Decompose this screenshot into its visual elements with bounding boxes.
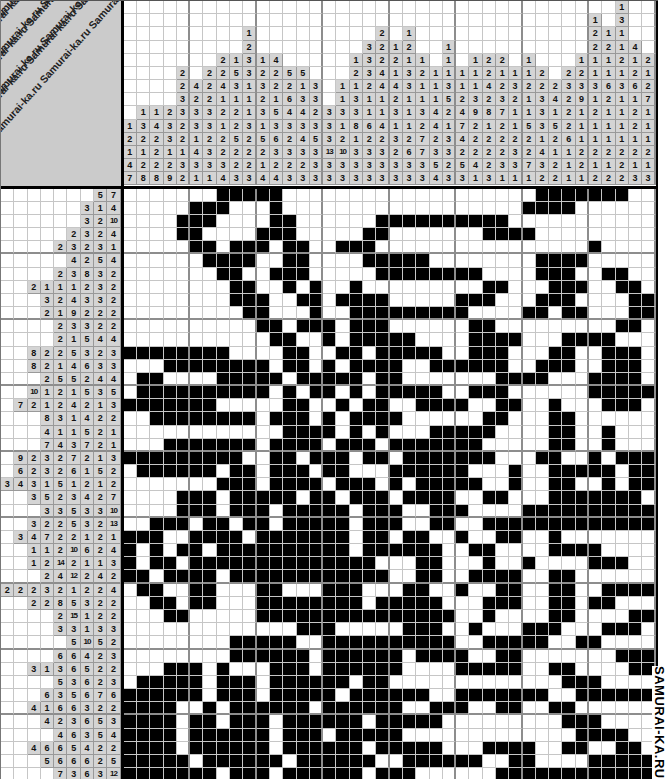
board-cell[interactable] — [137, 373, 150, 386]
board-cell[interactable] — [137, 663, 150, 676]
board-cell[interactable] — [336, 189, 349, 202]
board-cell[interactable] — [523, 650, 536, 663]
board-cell[interactable] — [390, 281, 403, 294]
board-cell[interactable] — [363, 584, 376, 597]
board-cell[interactable] — [549, 347, 562, 360]
board-cell[interactable] — [390, 452, 403, 465]
board-cell[interactable] — [137, 636, 150, 649]
board-cell[interactable] — [616, 189, 629, 202]
board-cell[interactable] — [363, 636, 376, 649]
board-cell[interactable] — [177, 557, 190, 570]
board-cell[interactable] — [137, 189, 150, 202]
board-cell[interactable] — [164, 452, 177, 465]
board-cell[interactable] — [363, 294, 376, 307]
board-cell[interactable] — [509, 254, 522, 267]
board-cell[interactable] — [323, 636, 336, 649]
board-cell[interactable] — [562, 755, 575, 768]
board-cell[interactable] — [350, 281, 363, 294]
board-cell[interactable] — [164, 360, 177, 373]
board-cell[interactable] — [496, 742, 509, 755]
board-cell[interactable] — [363, 202, 376, 215]
board-cell[interactable] — [549, 610, 562, 623]
board-cell[interactable] — [536, 610, 549, 623]
board-cell[interactable] — [124, 610, 137, 623]
board-cell[interactable] — [350, 294, 363, 307]
board-cell[interactable] — [549, 570, 562, 583]
board-cell[interactable] — [403, 228, 416, 241]
board-cell[interactable] — [124, 676, 137, 689]
board-cell[interactable] — [469, 426, 482, 439]
board-cell[interactable] — [509, 360, 522, 373]
board-cell[interactable] — [443, 636, 456, 649]
board-cell[interactable] — [376, 729, 389, 742]
board-cell[interactable] — [376, 189, 389, 202]
board-cell[interactable] — [203, 505, 216, 518]
board-cell[interactable] — [469, 360, 482, 373]
board-cell[interactable] — [257, 333, 270, 346]
board-cell[interactable] — [376, 478, 389, 491]
board-cell[interactable] — [469, 228, 482, 241]
board-cell[interactable] — [270, 465, 283, 478]
board-cell[interactable] — [403, 557, 416, 570]
board-cell[interactable] — [483, 531, 496, 544]
board-cell[interactable] — [536, 518, 549, 531]
board-cell[interactable] — [203, 215, 216, 228]
board-cell[interactable] — [203, 228, 216, 241]
board-cell[interactable] — [177, 663, 190, 676]
board-cell[interactable] — [217, 518, 230, 531]
board-cell[interactable] — [297, 570, 310, 583]
board-cell[interactable] — [124, 663, 137, 676]
board-cell[interactable] — [549, 715, 562, 728]
board-cell[interactable] — [416, 597, 429, 610]
board-cell[interactable] — [443, 478, 456, 491]
board-cell[interactable] — [496, 412, 509, 425]
board-cell[interactable] — [602, 426, 615, 439]
board-cell[interactable] — [243, 702, 256, 715]
board-cell[interactable] — [230, 531, 243, 544]
board-cell[interactable] — [217, 557, 230, 570]
board-cell[interactable] — [536, 557, 549, 570]
board-cell[interactable] — [390, 610, 403, 623]
board-cell[interactable] — [137, 465, 150, 478]
board-cell[interactable] — [217, 623, 230, 636]
board-cell[interactable] — [602, 465, 615, 478]
board-cell[interactable] — [496, 465, 509, 478]
board-cell[interactable] — [363, 505, 376, 518]
board-cell[interactable] — [164, 189, 177, 202]
board-cell[interactable] — [124, 373, 137, 386]
board-cell[interactable] — [190, 544, 203, 557]
board-cell[interactable] — [243, 518, 256, 531]
board-cell[interactable] — [363, 320, 376, 333]
board-cell[interactable] — [549, 241, 562, 254]
board-cell[interactable] — [323, 333, 336, 346]
board-cell[interactable] — [523, 241, 536, 254]
board-cell[interactable] — [589, 426, 602, 439]
board-cell[interactable] — [496, 518, 509, 531]
board-cell[interactable] — [456, 307, 469, 320]
board-cell[interactable] — [430, 465, 443, 478]
board-cell[interactable] — [124, 518, 137, 531]
board-cell[interactable] — [616, 439, 629, 452]
board-cell[interactable] — [217, 544, 230, 557]
board-cell[interactable] — [642, 557, 655, 570]
board-cell[interactable] — [283, 610, 296, 623]
board-cell[interactable] — [576, 597, 589, 610]
board-cell[interactable] — [270, 294, 283, 307]
board-cell[interactable] — [270, 689, 283, 702]
board-cell[interactable] — [562, 676, 575, 689]
board-cell[interactable] — [363, 570, 376, 583]
board-cell[interactable] — [283, 570, 296, 583]
board-cell[interactable] — [403, 478, 416, 491]
board-cell[interactable] — [523, 452, 536, 465]
board-cell[interactable] — [297, 307, 310, 320]
board-cell[interactable] — [190, 347, 203, 360]
board-cell[interactable] — [270, 281, 283, 294]
board-cell[interactable] — [562, 386, 575, 399]
board-cell[interactable] — [310, 215, 323, 228]
board-cell[interactable] — [642, 189, 655, 202]
board-cell[interactable] — [323, 570, 336, 583]
board-cell[interactable] — [390, 557, 403, 570]
board-cell[interactable] — [456, 663, 469, 676]
board-cell[interactable] — [536, 228, 549, 241]
board-cell[interactable] — [150, 676, 163, 689]
board-cell[interactable] — [217, 268, 230, 281]
board-cell[interactable] — [190, 254, 203, 267]
board-cell[interactable] — [616, 584, 629, 597]
board-cell[interactable] — [257, 320, 270, 333]
board-cell[interactable] — [469, 729, 482, 742]
board-cell[interactable] — [576, 544, 589, 557]
board-cell[interactable] — [430, 307, 443, 320]
board-cell[interactable] — [576, 465, 589, 478]
board-cell[interactable] — [310, 426, 323, 439]
board-cell[interactable] — [363, 254, 376, 267]
board-cell[interactable] — [177, 742, 190, 755]
board-cell[interactable] — [137, 347, 150, 360]
board-cell[interactable] — [562, 215, 575, 228]
board-cell[interactable] — [390, 228, 403, 241]
board-cell[interactable] — [164, 742, 177, 755]
board-cell[interactable] — [137, 386, 150, 399]
board-cell[interactable] — [483, 623, 496, 636]
board-cell[interactable] — [137, 755, 150, 768]
board-cell[interactable] — [403, 610, 416, 623]
board-cell[interactable] — [124, 386, 137, 399]
board-cell[interactable] — [616, 518, 629, 531]
board-cell[interactable] — [602, 557, 615, 570]
board-cell[interactable] — [642, 452, 655, 465]
board-cell[interactable] — [390, 491, 403, 504]
board-cell[interactable] — [376, 610, 389, 623]
board-cell[interactable] — [257, 373, 270, 386]
board-cell[interactable] — [350, 386, 363, 399]
board-cell[interactable] — [549, 373, 562, 386]
board-cell[interactable] — [350, 650, 363, 663]
board-cell[interactable] — [536, 452, 549, 465]
board-cell[interactable] — [376, 636, 389, 649]
board-cell[interactable] — [257, 281, 270, 294]
board-cell[interactable] — [257, 360, 270, 373]
board-cell[interactable] — [416, 439, 429, 452]
board-cell[interactable] — [616, 294, 629, 307]
board-cell[interactable] — [203, 465, 216, 478]
board-cell[interactable] — [616, 676, 629, 689]
board-cell[interactable] — [137, 426, 150, 439]
board-cell[interactable] — [283, 465, 296, 478]
board-cell[interactable] — [562, 650, 575, 663]
board-cell[interactable] — [350, 663, 363, 676]
board-cell[interactable] — [150, 715, 163, 728]
board-cell[interactable] — [509, 597, 522, 610]
board-cell[interactable] — [137, 505, 150, 518]
board-cell[interactable] — [137, 702, 150, 715]
board-cell[interactable] — [336, 755, 349, 768]
board-cell[interactable] — [243, 268, 256, 281]
board-cell[interactable] — [243, 360, 256, 373]
board-cell[interactable] — [496, 294, 509, 307]
board-cell[interactable] — [629, 347, 642, 360]
board-cell[interactable] — [243, 412, 256, 425]
board-cell[interactable] — [137, 623, 150, 636]
board-cell[interactable] — [562, 584, 575, 597]
board-cell[interactable] — [283, 307, 296, 320]
board-cell[interactable] — [509, 189, 522, 202]
board-cell[interactable] — [203, 491, 216, 504]
board-cell[interactable] — [257, 426, 270, 439]
board-cell[interactable] — [190, 715, 203, 728]
board-cell[interactable] — [350, 465, 363, 478]
board-cell[interactable] — [203, 268, 216, 281]
board-cell[interactable] — [602, 742, 615, 755]
board-cell[interactable] — [363, 755, 376, 768]
board-cell[interactable] — [270, 636, 283, 649]
board-cell[interactable] — [562, 228, 575, 241]
board-cell[interactable] — [283, 478, 296, 491]
board-cell[interactable] — [164, 333, 177, 346]
board-cell[interactable] — [150, 742, 163, 755]
board-cell[interactable] — [536, 307, 549, 320]
board-cell[interactable] — [177, 650, 190, 663]
board-cell[interactable] — [270, 755, 283, 768]
board-cell[interactable] — [469, 465, 482, 478]
board-cell[interactable] — [350, 505, 363, 518]
board-cell[interactable] — [164, 531, 177, 544]
board-cell[interactable] — [177, 320, 190, 333]
board-cell[interactable] — [549, 676, 562, 689]
board-cell[interactable] — [124, 570, 137, 583]
board-cell[interactable] — [164, 491, 177, 504]
board-cell[interactable] — [456, 715, 469, 728]
board-cell[interactable] — [190, 650, 203, 663]
board-cell[interactable] — [576, 228, 589, 241]
board-cell[interactable] — [536, 676, 549, 689]
board-cell[interactable] — [496, 452, 509, 465]
board-cell[interactable] — [523, 544, 536, 557]
board-cell[interactable] — [562, 360, 575, 373]
board-cell[interactable] — [523, 347, 536, 360]
board-cell[interactable] — [150, 399, 163, 412]
board-cell[interactable] — [177, 412, 190, 425]
board-cell[interactable] — [469, 386, 482, 399]
board-cell[interactable] — [509, 347, 522, 360]
board-cell[interactable] — [283, 360, 296, 373]
board-cell[interactable] — [602, 478, 615, 491]
board-cell[interactable] — [523, 399, 536, 412]
board-cell[interactable] — [589, 254, 602, 267]
board-cell[interactable] — [350, 241, 363, 254]
board-cell[interactable] — [536, 360, 549, 373]
board-cell[interactable] — [390, 202, 403, 215]
board-cell[interactable] — [469, 623, 482, 636]
board-cell[interactable] — [336, 702, 349, 715]
board-cell[interactable] — [177, 347, 190, 360]
board-cell[interactable] — [616, 228, 629, 241]
board-cell[interactable] — [336, 294, 349, 307]
board-cell[interactable] — [523, 333, 536, 346]
board-cell[interactable] — [562, 452, 575, 465]
board-cell[interactable] — [416, 386, 429, 399]
board-cell[interactable] — [523, 518, 536, 531]
board-cell[interactable] — [430, 597, 443, 610]
board-cell[interactable] — [390, 294, 403, 307]
board-cell[interactable] — [483, 755, 496, 768]
board-cell[interactable] — [616, 505, 629, 518]
board-cell[interactable] — [230, 623, 243, 636]
board-cell[interactable] — [177, 531, 190, 544]
board-cell[interactable] — [190, 426, 203, 439]
board-cell[interactable] — [576, 768, 589, 779]
board-cell[interactable] — [629, 439, 642, 452]
board-cell[interactable] — [164, 584, 177, 597]
board-cell[interactable] — [403, 689, 416, 702]
board-cell[interactable] — [177, 505, 190, 518]
board-cell[interactable] — [363, 360, 376, 373]
board-cell[interactable] — [310, 333, 323, 346]
board-cell[interactable] — [137, 439, 150, 452]
board-cell[interactable] — [469, 189, 482, 202]
board-cell[interactable] — [602, 505, 615, 518]
board-cell[interactable] — [376, 584, 389, 597]
board-cell[interactable] — [390, 399, 403, 412]
board-cell[interactable] — [137, 557, 150, 570]
board-cell[interactable] — [469, 636, 482, 649]
board-cell[interactable] — [483, 715, 496, 728]
board-cell[interactable] — [164, 254, 177, 267]
board-cell[interactable] — [390, 307, 403, 320]
board-cell[interactable] — [576, 755, 589, 768]
board-cell[interactable] — [602, 702, 615, 715]
board-cell[interactable] — [403, 320, 416, 333]
board-cell[interactable] — [456, 491, 469, 504]
board-cell[interactable] — [310, 623, 323, 636]
board-cell[interactable] — [257, 228, 270, 241]
board-cell[interactable] — [283, 373, 296, 386]
board-cell[interactable] — [310, 360, 323, 373]
board-cell[interactable] — [589, 597, 602, 610]
board-cell[interactable] — [336, 742, 349, 755]
board-cell[interactable] — [576, 347, 589, 360]
board-cell[interactable] — [363, 452, 376, 465]
board-cell[interactable] — [390, 360, 403, 373]
board-cell[interactable] — [403, 412, 416, 425]
board-cell[interactable] — [602, 623, 615, 636]
board-cell[interactable] — [403, 202, 416, 215]
board-cell[interactable] — [190, 412, 203, 425]
board-cell[interactable] — [350, 360, 363, 373]
board-cell[interactable] — [243, 399, 256, 412]
board-cell[interactable] — [350, 729, 363, 742]
board-cell[interactable] — [137, 742, 150, 755]
board-cell[interactable] — [483, 768, 496, 779]
board-cell[interactable] — [297, 610, 310, 623]
board-cell[interactable] — [297, 320, 310, 333]
board-cell[interactable] — [483, 518, 496, 531]
board-cell[interactable] — [616, 544, 629, 557]
board-cell[interactable] — [323, 347, 336, 360]
board-cell[interactable] — [430, 360, 443, 373]
board-cell[interactable] — [124, 742, 137, 755]
board-cell[interactable] — [602, 491, 615, 504]
board-cell[interactable] — [363, 386, 376, 399]
board-cell[interactable] — [469, 281, 482, 294]
board-cell[interactable] — [243, 426, 256, 439]
board-cell[interactable] — [137, 241, 150, 254]
board-cell[interactable] — [456, 729, 469, 742]
board-cell[interactable] — [137, 544, 150, 557]
board-cell[interactable] — [137, 768, 150, 779]
board-cell[interactable] — [549, 478, 562, 491]
board-cell[interactable] — [190, 320, 203, 333]
board-cell[interactable] — [403, 241, 416, 254]
board-cell[interactable] — [217, 373, 230, 386]
board-cell[interactable] — [376, 320, 389, 333]
board-cell[interactable] — [390, 268, 403, 281]
board-cell[interactable] — [217, 570, 230, 583]
board-cell[interactable] — [602, 373, 615, 386]
board-cell[interactable] — [509, 294, 522, 307]
board-cell[interactable] — [443, 347, 456, 360]
board-cell[interactable] — [390, 715, 403, 728]
board-cell[interactable] — [203, 373, 216, 386]
board-cell[interactable] — [190, 505, 203, 518]
board-cell[interactable] — [616, 215, 629, 228]
board-cell[interactable] — [177, 676, 190, 689]
board-cell[interactable] — [190, 465, 203, 478]
board-cell[interactable] — [376, 715, 389, 728]
board-cell[interactable] — [310, 755, 323, 768]
board-cell[interactable] — [469, 202, 482, 215]
board-cell[interactable] — [483, 505, 496, 518]
board-cell[interactable] — [602, 268, 615, 281]
board-cell[interactable] — [190, 636, 203, 649]
board-cell[interactable] — [416, 544, 429, 557]
board-cell[interactable] — [403, 505, 416, 518]
board-cell[interactable] — [549, 623, 562, 636]
board-cell[interactable] — [376, 755, 389, 768]
board-cell[interactable] — [430, 452, 443, 465]
board-cell[interactable] — [310, 544, 323, 557]
board-cell[interactable] — [589, 294, 602, 307]
board-cell[interactable] — [363, 412, 376, 425]
board-cell[interactable] — [576, 268, 589, 281]
board-cell[interactable] — [616, 702, 629, 715]
board-cell[interactable] — [164, 597, 177, 610]
board-cell[interactable] — [509, 373, 522, 386]
